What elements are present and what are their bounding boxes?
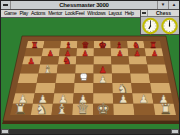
window-title: Chessmaster 3000 [11, 1, 157, 9]
piece-red-pawn-g7[interactable]: ♟ [134, 49, 141, 58]
piece-white-queen-d1[interactable]: ♛ [76, 100, 89, 118]
clock-system-menu-button[interactable] [141, 10, 148, 16]
square-e3[interactable] [93, 83, 112, 93]
clock-window-title-bar[interactable]: Chess [141, 10, 179, 17]
system-menu-icon [3, 4, 8, 6]
piece-white-pawn-f2[interactable]: ♟ [118, 93, 128, 106]
piece-red-pawn-f7[interactable]: ♟ [116, 49, 123, 58]
board-front-edge [2, 121, 180, 124]
menu-item-layout[interactable]: Layout [108, 9, 121, 17]
square-d3[interactable] [74, 83, 94, 93]
piece-white-rook-h1[interactable]: ♜ [159, 101, 172, 117]
menu-item-actions[interactable]: Actions [31, 9, 45, 17]
square-g5[interactable] [129, 65, 148, 74]
chessmaster-window: Chessmaster 3000 ▼ ▲ GamePlayActionsMent… [0, 0, 180, 135]
square-b8[interactable] [43, 41, 61, 48]
piece-red-pawn-h7[interactable]: ♟ [151, 49, 158, 58]
chess-clocks [141, 17, 179, 35]
square-h5[interactable] [147, 65, 167, 74]
square-h3[interactable] [150, 83, 171, 93]
piece-red-king-e8[interactable]: ♚ [98, 40, 106, 50]
square-e6[interactable] [94, 56, 112, 64]
square-c4[interactable] [56, 74, 76, 84]
system-menu-button[interactable] [1, 1, 11, 9]
title-bar[interactable]: Chessmaster 3000 ▼ ▲ [1, 1, 179, 10]
piece-white-bishop-c1[interactable]: ♝ [56, 101, 69, 117]
piece-red-pawn-d7[interactable]: ♟ [82, 49, 89, 58]
square-g3[interactable] [131, 83, 152, 93]
square-g4[interactable] [130, 74, 150, 84]
menu-item-lookfeel[interactable]: Look/Feel [65, 9, 84, 17]
clock-window-title: Chess [148, 10, 179, 16]
scroll-left-button[interactable] [1, 129, 9, 134]
black-clock [162, 19, 176, 33]
menu-item-mentor[interactable]: Mentor [48, 9, 62, 17]
square-b3[interactable] [35, 83, 56, 93]
square-c3[interactable] [54, 83, 74, 93]
square-f5[interactable] [112, 65, 131, 74]
hand-cursor[interactable] [81, 74, 87, 81]
minimize-button[interactable]: ▼ [157, 1, 168, 9]
piece-white-knight-b1[interactable]: ♞ [35, 101, 48, 117]
menu-item-game[interactable]: Game [4, 9, 16, 17]
piece-red-pawn-b7[interactable]: ♟ [47, 49, 54, 58]
clock-panel [141, 17, 179, 35]
menu-item-help[interactable]: Help [125, 9, 134, 17]
square-d5[interactable] [75, 65, 93, 74]
bottom-scrollbar[interactable] [1, 129, 179, 134]
piece-white-pawn-g2[interactable]: ♟ [138, 93, 148, 106]
square-a4[interactable] [18, 74, 39, 84]
piece-red-pawn-a6[interactable]: ♟ [27, 56, 34, 66]
menu-item-play[interactable]: Play [19, 9, 28, 17]
piece-red-rook-a8[interactable]: ♜ [31, 40, 38, 50]
piece-red-knight-c6[interactable]: ♞ [62, 55, 71, 66]
piece-white-rook-a1[interactable]: ♜ [14, 101, 27, 117]
square-h4[interactable] [149, 74, 169, 84]
clock-system-menu-icon [142, 12, 146, 14]
square-a3[interactable] [15, 83, 36, 93]
piece-white-king-e1[interactable]: ♚ [97, 100, 110, 118]
menu-item-windows[interactable]: Windows [87, 9, 105, 17]
white-clock [143, 19, 157, 33]
piece-white-pawn-e4[interactable]: ♟ [99, 74, 108, 85]
clock-window: Chess [140, 9, 180, 35]
maximize-button[interactable]: ▲ [168, 1, 179, 9]
scroll-right-button[interactable] [171, 129, 179, 134]
piece-white-bishop-b5[interactable]: ♝ [43, 63, 53, 76]
